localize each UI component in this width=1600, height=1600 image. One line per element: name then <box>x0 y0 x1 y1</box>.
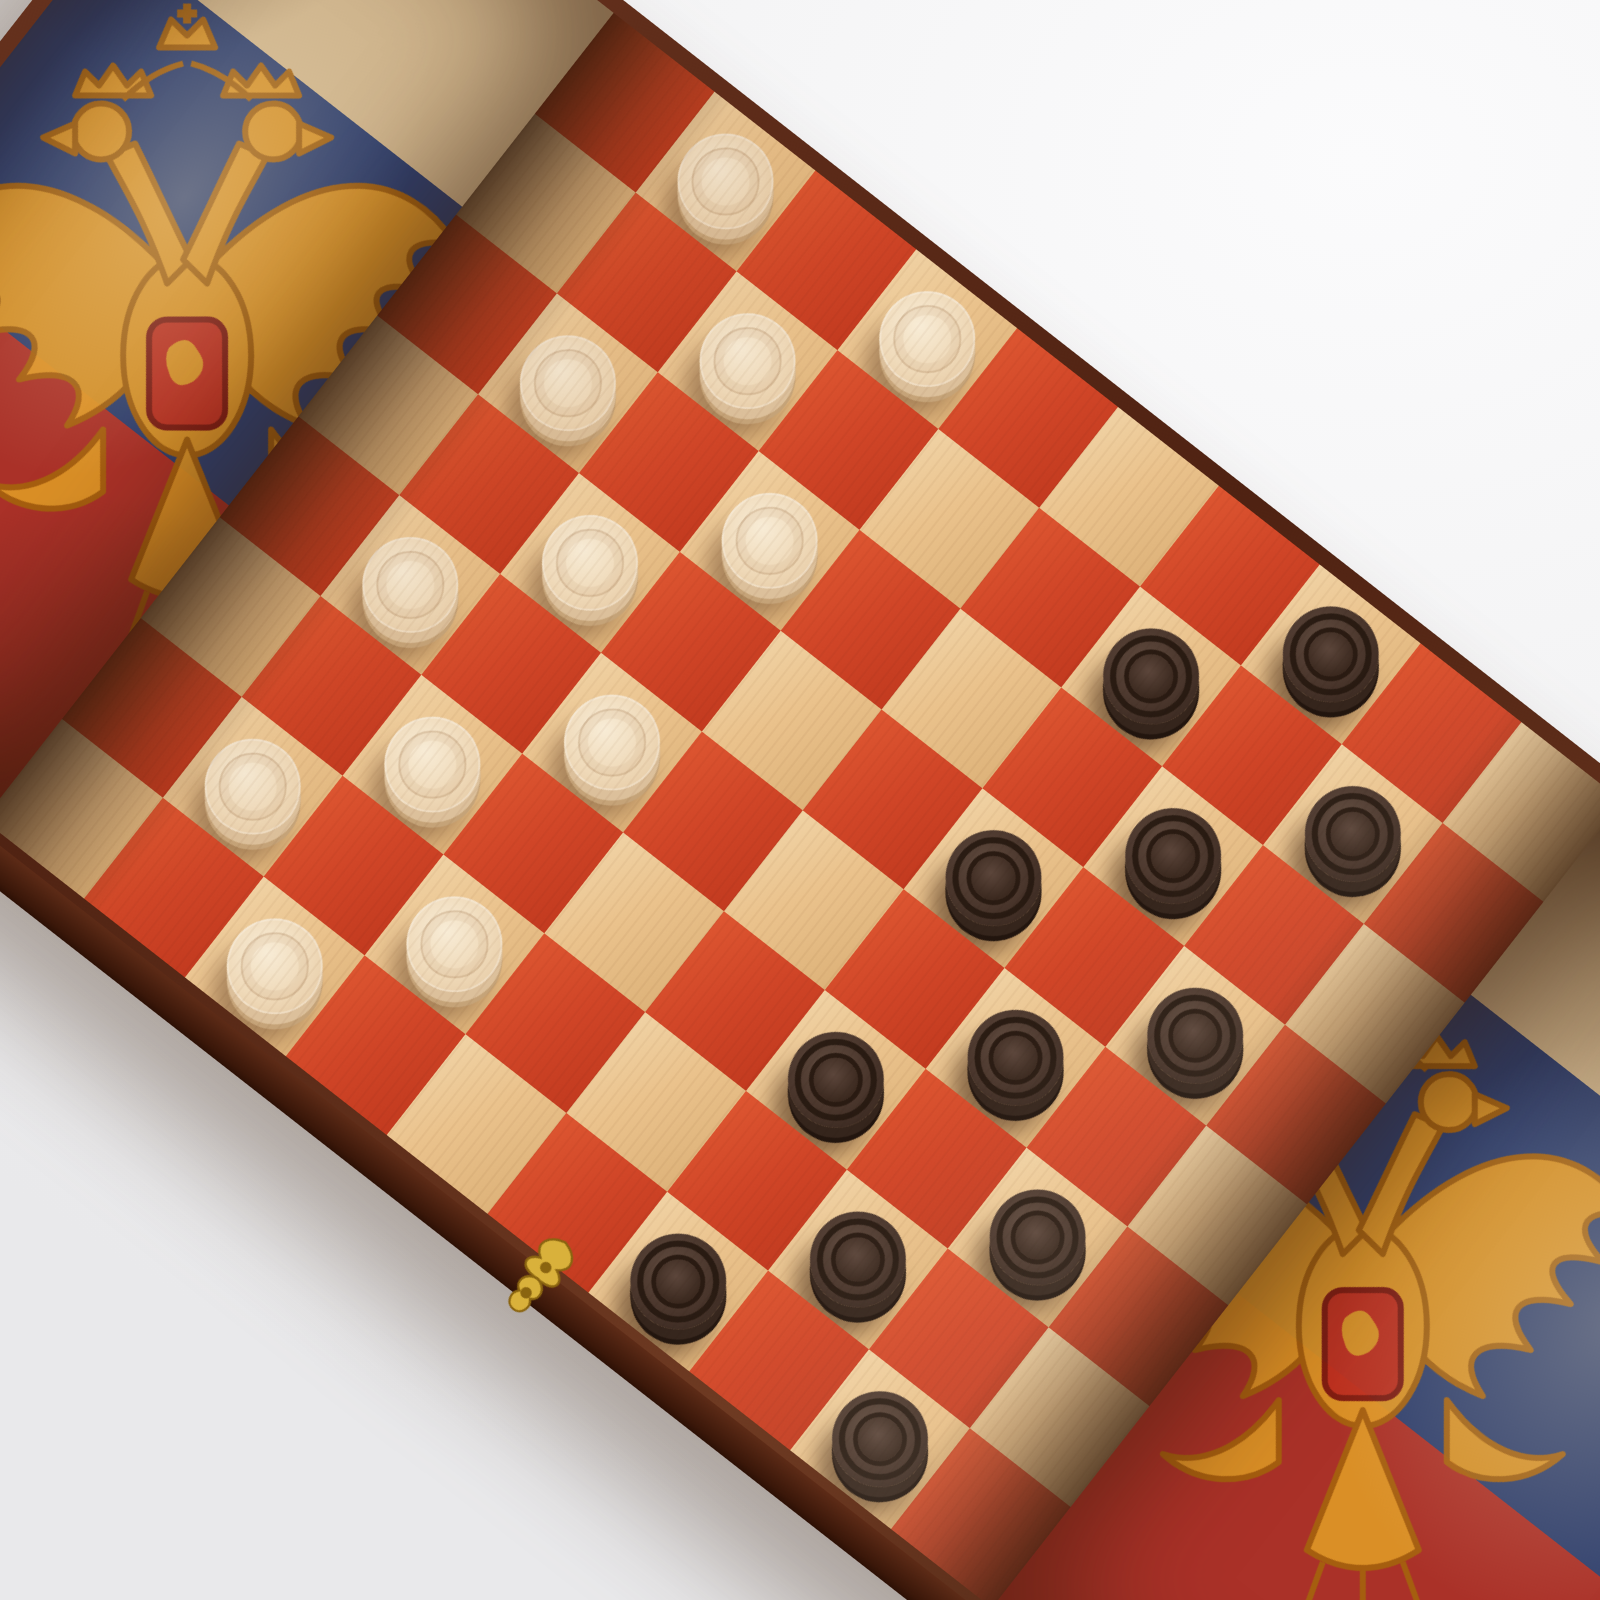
checker-black[interactable] <box>968 1010 1064 1106</box>
checker-white[interactable] <box>722 493 818 589</box>
checker-black[interactable] <box>1103 628 1199 724</box>
checker-white[interactable] <box>205 739 301 835</box>
checker-white[interactable] <box>678 134 774 230</box>
checker-black[interactable] <box>945 830 1041 926</box>
checker-black[interactable] <box>990 1189 1086 1285</box>
checker-black[interactable] <box>832 1391 928 1487</box>
checker-black[interactable] <box>1125 808 1221 904</box>
game-box-lid <box>0 0 1600 1600</box>
checker-black[interactable] <box>810 1212 906 1308</box>
checker-white[interactable] <box>542 515 638 611</box>
checker-white[interactable] <box>520 335 616 431</box>
checker-white[interactable] <box>384 717 480 813</box>
photo-scene <box>0 0 1600 1600</box>
checker-black[interactable] <box>788 1032 884 1128</box>
checker-black[interactable] <box>1147 988 1243 1084</box>
checker-black[interactable] <box>630 1234 726 1330</box>
lid-surface <box>0 0 1600 1600</box>
checker-white[interactable] <box>879 291 975 387</box>
checker-white[interactable] <box>564 695 660 791</box>
checker-black[interactable] <box>1305 786 1401 882</box>
checker-white[interactable] <box>227 918 323 1014</box>
checker-white[interactable] <box>700 313 796 409</box>
checker-white[interactable] <box>362 537 458 633</box>
checker-white[interactable] <box>406 896 502 992</box>
checker-black[interactable] <box>1283 606 1379 702</box>
